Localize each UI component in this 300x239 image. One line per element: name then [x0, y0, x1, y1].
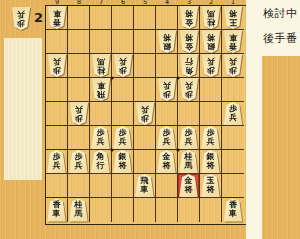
square-3f[interactable]: 歩兵	[178, 126, 200, 150]
square-7e[interactable]	[90, 102, 112, 126]
piece-face: 桂馬	[179, 150, 199, 173]
piece-kanji: 将	[207, 162, 215, 171]
piece-face: 金将	[179, 174, 199, 197]
piece-face: 角行	[91, 150, 111, 173]
piece-face: 歩兵	[69, 102, 89, 125]
file-label-4: 4	[156, 0, 178, 5]
piece-kanji: 桂	[97, 66, 105, 75]
piece-kanji: 兵	[185, 81, 193, 90]
piece-face: 歩兵	[179, 126, 199, 149]
shogi-board: 香車金将桂馬王将銀将金将銀将香車歩兵桂馬歩兵角行歩兵歩兵飛車歩兵歩兵歩兵歩兵歩兵…	[45, 5, 247, 225]
sente-piece-歩兵[interactable]: 歩兵	[69, 150, 89, 173]
file-label-7: 7	[90, 0, 112, 5]
piece-kanji: 車	[141, 186, 149, 195]
piece-kanji: 歩	[163, 90, 171, 99]
square-8g[interactable]: 歩兵	[68, 150, 90, 174]
square-5a[interactable]	[134, 6, 156, 30]
square-7c[interactable]: 桂馬	[90, 54, 112, 78]
square-1h[interactable]	[222, 174, 244, 198]
file-label-1: 1	[222, 0, 244, 5]
gote-piece-角行[interactable]: 角行	[179, 54, 199, 77]
piece-kanji: 桂	[207, 18, 215, 27]
square-3e[interactable]	[178, 102, 200, 126]
piece-kanji: 車	[97, 81, 105, 90]
gote-piece-香車[interactable]: 香車	[47, 6, 67, 29]
gote-piece-歩兵[interactable]: 歩兵	[47, 54, 67, 77]
square-1a[interactable]: 王将	[222, 6, 244, 30]
gote-piece-歩兵[interactable]: 歩兵	[11, 7, 31, 30]
square-3g[interactable]: 桂馬	[178, 150, 200, 174]
sente-piece-歩兵[interactable]: 歩兵	[179, 126, 199, 149]
file-label-2: 2	[200, 0, 222, 5]
piece-kanji: 将	[207, 186, 215, 195]
piece-kanji: 兵	[53, 57, 61, 66]
square-8e[interactable]: 歩兵	[68, 102, 90, 126]
file-label-3: 3	[178, 0, 200, 5]
piece-kanji: 兵	[17, 10, 25, 19]
sente-piece-銀将[interactable]: 銀将	[201, 150, 221, 173]
square-3a[interactable]: 金将	[178, 6, 200, 30]
piece-face: 歩兵	[179, 78, 199, 101]
square-6h[interactable]	[112, 174, 134, 198]
piece-kanji: 行	[97, 162, 105, 171]
square-5g[interactable]	[134, 150, 156, 174]
square-6e[interactable]	[112, 102, 134, 126]
square-3c[interactable]: 角行	[178, 54, 200, 78]
file-label-9: 9	[46, 0, 68, 5]
piece-kanji: 兵	[75, 105, 83, 114]
sente-piece-金将[interactable]: 金将	[157, 150, 177, 173]
square-9e[interactable]	[46, 102, 68, 126]
piece-kanji: 王	[229, 18, 237, 27]
piece-face: 歩兵	[113, 54, 133, 77]
piece-face: 歩兵	[201, 54, 221, 77]
piece-kanji: 兵	[163, 138, 171, 147]
piece-face: 歩兵	[157, 126, 177, 149]
piece-face: 香車	[47, 199, 67, 222]
square-3b[interactable]: 金将	[178, 30, 200, 54]
piece-face: 歩兵	[11, 7, 31, 30]
sente-piece-香車[interactable]: 香車	[47, 199, 67, 222]
sente-piece-桂馬[interactable]: 桂馬	[69, 199, 89, 222]
square-2h[interactable]: 玉将	[200, 174, 222, 198]
square-5h[interactable]: 飛車	[134, 174, 156, 198]
square-9b[interactable]	[46, 30, 68, 54]
piece-face: 銀将	[201, 150, 221, 173]
piece-face: 王将	[223, 6, 243, 29]
square-5e[interactable]: 歩兵	[134, 102, 156, 126]
piece-kanji: 香	[229, 42, 237, 51]
sente-piece-歩兵[interactable]: 歩兵	[113, 126, 133, 149]
file-label-5: 5	[134, 0, 156, 5]
piece-face: 歩兵	[157, 78, 177, 101]
square-6d[interactable]	[112, 78, 134, 102]
star-point	[111, 77, 114, 80]
piece-kanji: 香	[53, 18, 61, 27]
square-9i[interactable]: 香車	[46, 198, 68, 222]
gote-piece-歩兵[interactable]: 歩兵	[135, 102, 155, 125]
piece-face: 桂馬	[91, 54, 111, 77]
square-9f[interactable]	[46, 126, 68, 150]
piece-kanji: 兵	[141, 105, 149, 114]
sente-piece-歩兵[interactable]: 歩兵	[157, 126, 177, 149]
gote-hand-tray	[4, 38, 42, 180]
square-5f[interactable]	[134, 126, 156, 150]
piece-face: 歩兵	[113, 126, 133, 149]
piece-kanji: 兵	[207, 138, 215, 147]
gote-piece-歩兵[interactable]: 歩兵	[179, 78, 199, 101]
square-3i[interactable]	[178, 198, 200, 222]
piece-face: 歩兵	[135, 102, 155, 125]
square-6g[interactable]: 銀将	[112, 150, 134, 174]
gote-piece-歩兵[interactable]: 歩兵	[113, 54, 133, 77]
gote-piece-桂馬[interactable]: 桂馬	[91, 54, 111, 77]
piece-kanji: 将	[185, 186, 193, 195]
square-3h[interactable]: 金将	[178, 174, 200, 198]
square-7a[interactable]	[90, 6, 112, 30]
square-4c[interactable]	[156, 54, 178, 78]
piece-kanji: 兵	[229, 57, 237, 66]
gote-piece-銀将[interactable]: 銀将	[157, 30, 177, 53]
piece-kanji: 銀	[207, 42, 215, 51]
square-1b[interactable]: 香車	[222, 30, 244, 54]
status-turn-label: 後手番	[263, 31, 300, 46]
piece-kanji: 馬	[185, 162, 193, 171]
square-2c[interactable]: 歩兵	[200, 54, 222, 78]
square-4f[interactable]: 歩兵	[156, 126, 178, 150]
star-point	[177, 149, 180, 152]
square-7d[interactable]: 飛車	[90, 78, 112, 102]
piece-kanji: 飛	[97, 90, 105, 99]
gote-hand-pawn[interactable]: 歩兵	[11, 7, 31, 30]
piece-kanji: 兵	[163, 81, 171, 90]
piece-kanji: 兵	[119, 138, 127, 147]
file-label-6: 6	[112, 0, 134, 5]
piece-kanji: 将	[163, 33, 171, 42]
square-2a[interactable]: 桂馬	[200, 6, 222, 30]
sente-piece-飛車[interactable]: 飛車	[135, 174, 155, 197]
piece-face: 桂馬	[69, 199, 89, 222]
piece-kanji: 兵	[53, 162, 61, 171]
piece-kanji: 将	[119, 162, 127, 171]
square-4h[interactable]	[156, 174, 178, 198]
gote-piece-歩兵[interactable]: 歩兵	[223, 54, 243, 77]
piece-kanji: 歩	[229, 66, 237, 75]
gote-hand-pawn-count: 2	[34, 10, 43, 25]
piece-kanji: 兵	[97, 138, 105, 147]
sente-piece-歩兵[interactable]: 歩兵	[47, 150, 67, 173]
square-4b[interactable]: 銀将	[156, 30, 178, 54]
piece-face: 歩兵	[69, 150, 89, 173]
piece-face: 歩兵	[47, 54, 67, 77]
sente-piece-香車[interactable]: 香車	[223, 199, 243, 222]
piece-face: 歩兵	[91, 126, 111, 149]
piece-kanji: 金	[185, 18, 193, 27]
square-8a[interactable]	[68, 6, 90, 30]
square-8f[interactable]	[68, 126, 90, 150]
square-9h[interactable]	[46, 174, 68, 198]
piece-kanji: 将	[185, 33, 193, 42]
piece-kanji: 馬	[75, 210, 83, 219]
sente-piece-歩兵[interactable]: 歩兵	[91, 126, 111, 149]
piece-kanji: 銀	[163, 42, 171, 51]
gote-piece-飛車[interactable]: 飛車	[91, 78, 111, 101]
shogi-analysis-app: 歩兵 2 香車金将桂馬王将銀将金将銀将香車歩兵桂馬歩兵角行歩兵歩兵飛車歩兵歩兵歩…	[0, 0, 300, 239]
piece-face: 銀将	[201, 30, 221, 53]
piece-kanji: 車	[53, 210, 61, 219]
piece-kanji: 兵	[119, 57, 127, 66]
square-8c[interactable]	[68, 54, 90, 78]
piece-face: 歩兵	[47, 150, 67, 173]
sente-piece-歩兵[interactable]: 歩兵	[223, 102, 243, 125]
piece-kanji: 馬	[97, 57, 105, 66]
square-1e[interactable]: 歩兵	[222, 102, 244, 126]
piece-kanji: 歩	[53, 66, 61, 75]
square-3d[interactable]: 歩兵	[178, 78, 200, 102]
piece-kanji: 車	[53, 9, 61, 18]
square-8d[interactable]	[68, 78, 90, 102]
piece-face: 銀将	[113, 150, 133, 173]
piece-face: 香車	[223, 199, 243, 222]
square-4i[interactable]	[156, 198, 178, 222]
piece-kanji: 歩	[141, 114, 149, 123]
square-2i[interactable]	[200, 198, 222, 222]
square-1g[interactable]	[222, 150, 244, 174]
piece-kanji: 歩	[17, 19, 25, 28]
square-2f[interactable]: 歩兵	[200, 126, 222, 150]
piece-kanji: 兵	[207, 57, 215, 66]
piece-face: 金将	[157, 150, 177, 173]
piece-face: 飛車	[135, 174, 155, 197]
square-2g[interactable]: 銀将	[200, 150, 222, 174]
sente-piece-角行[interactable]: 角行	[91, 150, 111, 173]
gote-piece-歩兵[interactable]: 歩兵	[69, 102, 89, 125]
piece-kanji: 歩	[119, 66, 127, 75]
square-6a[interactable]	[112, 6, 134, 30]
piece-kanji: 行	[185, 57, 193, 66]
square-5i[interactable]	[134, 198, 156, 222]
sente-piece-歩兵[interactable]: 歩兵	[201, 126, 221, 149]
sente-piece-桂馬[interactable]: 桂馬	[179, 150, 199, 173]
square-4a[interactable]	[156, 6, 178, 30]
square-9a[interactable]: 香車	[46, 6, 68, 30]
square-2d[interactable]	[200, 78, 222, 102]
gote-piece-香車[interactable]: 香車	[223, 30, 243, 53]
file-label-8: 8	[68, 0, 90, 5]
square-1i[interactable]: 香車	[222, 198, 244, 222]
square-7g[interactable]: 角行	[90, 150, 112, 174]
square-7f[interactable]: 歩兵	[90, 126, 112, 150]
piece-kanji: 車	[229, 210, 237, 219]
gote-piece-桂馬[interactable]: 桂馬	[201, 6, 221, 29]
square-4g[interactable]: 金将	[156, 150, 178, 174]
piece-face: 飛車	[91, 78, 111, 101]
square-4d[interactable]: 歩兵	[156, 78, 178, 102]
square-5b[interactable]	[134, 30, 156, 54]
piece-kanji: 兵	[75, 162, 83, 171]
sente-piece-銀将[interactable]: 銀将	[113, 150, 133, 173]
star-point	[111, 149, 114, 152]
square-7h[interactable]	[90, 174, 112, 198]
piece-face: 歩兵	[201, 126, 221, 149]
piece-kanji: 兵	[229, 114, 237, 123]
star-point	[177, 77, 180, 80]
sente-piece-金将[interactable]: 金将	[179, 174, 199, 197]
piece-face: 角行	[179, 54, 199, 77]
square-8h[interactable]	[68, 174, 90, 198]
square-7b[interactable]	[90, 30, 112, 54]
square-5c[interactable]	[134, 54, 156, 78]
piece-kanji: 金	[185, 42, 193, 51]
piece-kanji: 兵	[185, 138, 193, 147]
piece-kanji: 歩	[185, 90, 193, 99]
square-1f[interactable]	[222, 126, 244, 150]
piece-kanji: 将	[229, 9, 237, 18]
piece-face: 桂馬	[201, 6, 221, 29]
square-9g[interactable]: 歩兵	[46, 150, 68, 174]
square-7i[interactable]	[90, 198, 112, 222]
piece-face: 玉将	[201, 174, 221, 197]
square-6f[interactable]: 歩兵	[112, 126, 134, 150]
sente-piece-玉将[interactable]: 玉将	[201, 174, 221, 197]
gote-piece-歩兵[interactable]: 歩兵	[157, 78, 177, 101]
piece-face: 歩兵	[223, 102, 243, 125]
gote-piece-金将[interactable]: 金将	[179, 6, 199, 29]
piece-face: 金将	[179, 6, 199, 29]
sente-hand-tray[interactable]	[262, 56, 300, 239]
square-1d[interactable]	[222, 78, 244, 102]
square-4e[interactable]	[156, 102, 178, 126]
square-6b[interactable]	[112, 30, 134, 54]
piece-kanji: 角	[185, 66, 193, 75]
piece-face: 香車	[223, 30, 243, 53]
square-1c[interactable]: 歩兵	[222, 54, 244, 78]
gote-piece-王将[interactable]: 王将	[223, 6, 243, 29]
piece-kanji: 将	[185, 9, 193, 18]
square-6c[interactable]: 歩兵	[112, 54, 134, 78]
piece-kanji: 歩	[75, 114, 83, 123]
square-8i[interactable]: 桂馬	[68, 198, 90, 222]
gote-piece-歩兵[interactable]: 歩兵	[201, 54, 221, 77]
square-2b[interactable]: 銀将	[200, 30, 222, 54]
piece-face: 金将	[179, 30, 199, 53]
piece-kanji: 車	[229, 33, 237, 42]
piece-kanji: 将	[207, 33, 215, 42]
square-2e[interactable]	[200, 102, 222, 126]
square-9d[interactable]	[46, 78, 68, 102]
square-5d[interactable]	[134, 78, 156, 102]
piece-kanji: 馬	[207, 9, 215, 18]
piece-face: 銀将	[157, 30, 177, 53]
piece-kanji: 歩	[207, 66, 215, 75]
square-9c[interactable]: 歩兵	[46, 54, 68, 78]
gote-piece-銀将[interactable]: 銀将	[201, 30, 221, 53]
square-8b[interactable]	[68, 30, 90, 54]
piece-face: 香車	[47, 6, 67, 29]
gote-piece-金将[interactable]: 金将	[179, 30, 199, 53]
piece-kanji: 将	[163, 162, 171, 171]
status-analyzing-label: 検討中	[263, 6, 300, 21]
square-6i[interactable]	[112, 198, 134, 222]
piece-face: 歩兵	[223, 54, 243, 77]
